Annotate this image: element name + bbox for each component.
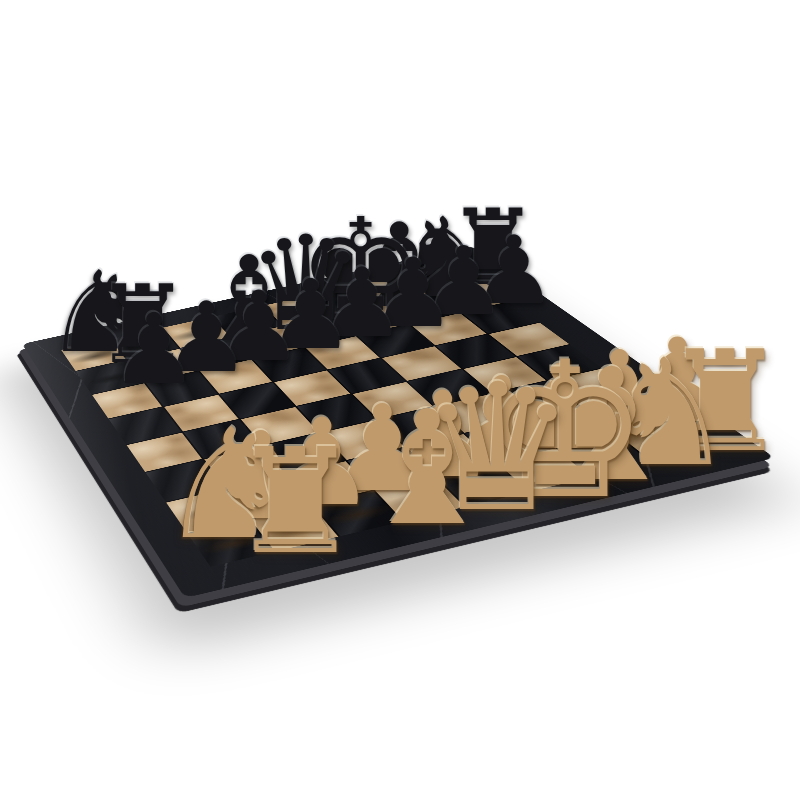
product-photo-scene: ♜♞♝♛♚♝♞♜♟♟♟♟♟♟♟♟♟♟♟♟♟♟♟♟♜♞♝♛♚♝♞♜	[0, 0, 800, 800]
pieces-layer: ♜♞♝♛♚♝♞♜♟♟♟♟♟♟♟♟♟♟♟♟♟♟♟♟♜♞♝♛♚♝♞♜	[0, 0, 800, 800]
